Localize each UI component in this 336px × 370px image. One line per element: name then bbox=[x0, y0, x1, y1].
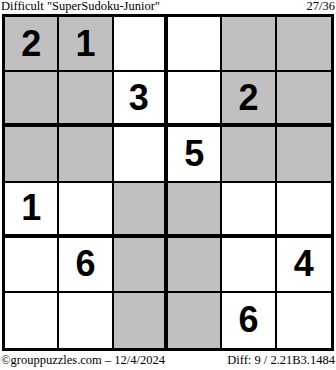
cell-r2c2[interactable] bbox=[59, 72, 113, 127]
cell-r6c4[interactable] bbox=[168, 293, 222, 348]
cell-r1c3[interactable] bbox=[114, 17, 168, 72]
cell-r5c3[interactable] bbox=[114, 238, 168, 293]
cell-r3c4[interactable]: 5 bbox=[168, 127, 222, 182]
cell-r1c2[interactable]: 1 bbox=[59, 17, 113, 72]
cell-r6c6[interactable] bbox=[277, 293, 331, 348]
cell-r2c3[interactable]: 3 bbox=[114, 72, 168, 127]
cell-r3c1[interactable] bbox=[5, 127, 59, 182]
cell-r5c4[interactable] bbox=[168, 238, 222, 293]
cell-r3c5[interactable] bbox=[222, 127, 276, 182]
copyright-text: ©grouppuzzles.com – 12/4/2024 bbox=[1, 353, 165, 368]
cell-r3c3[interactable] bbox=[114, 127, 168, 182]
cell-r4c6[interactable] bbox=[277, 183, 331, 238]
cell-r4c4[interactable] bbox=[168, 183, 222, 238]
difficulty-text: Diff: 9 / 2.21B3.1484 bbox=[227, 353, 335, 368]
cell-r1c4[interactable] bbox=[168, 17, 222, 72]
puzzle-counter: 27/36 bbox=[307, 0, 335, 13]
cell-r4c5[interactable] bbox=[222, 183, 276, 238]
cell-r6c1[interactable] bbox=[5, 293, 59, 348]
sudoku-board: 213251646 bbox=[2, 14, 334, 351]
cell-r3c6[interactable] bbox=[277, 127, 331, 182]
cell-r6c5[interactable]: 6 bbox=[222, 293, 276, 348]
cell-r4c3[interactable] bbox=[114, 183, 168, 238]
footer: ©grouppuzzles.com – 12/4/2024 Diff: 9 / … bbox=[0, 351, 336, 370]
cell-r4c1[interactable]: 1 bbox=[5, 183, 59, 238]
cell-r4c2[interactable] bbox=[59, 183, 113, 238]
cell-r1c1[interactable]: 2 bbox=[5, 17, 59, 72]
puzzle-title: Difficult "SuperSudoku-Junior" bbox=[1, 0, 160, 13]
header: Difficult "SuperSudoku-Junior" 27/36 bbox=[0, 0, 336, 14]
puzzle-page: { "game": "sudoku", "variant": "SuperSud… bbox=[0, 0, 336, 370]
cell-r6c2[interactable] bbox=[59, 293, 113, 348]
cell-r1c6[interactable] bbox=[277, 17, 331, 72]
cell-r5c5[interactable] bbox=[222, 238, 276, 293]
cell-r6c3[interactable] bbox=[114, 293, 168, 348]
cell-r2c6[interactable] bbox=[277, 72, 331, 127]
cell-r2c1[interactable] bbox=[5, 72, 59, 127]
cell-r2c4[interactable] bbox=[168, 72, 222, 127]
cell-r5c6[interactable]: 4 bbox=[277, 238, 331, 293]
cell-r5c1[interactable] bbox=[5, 238, 59, 293]
cell-r1c5[interactable] bbox=[222, 17, 276, 72]
cell-r5c2[interactable]: 6 bbox=[59, 238, 113, 293]
cell-r2c5[interactable]: 2 bbox=[222, 72, 276, 127]
cell-r3c2[interactable] bbox=[59, 127, 113, 182]
